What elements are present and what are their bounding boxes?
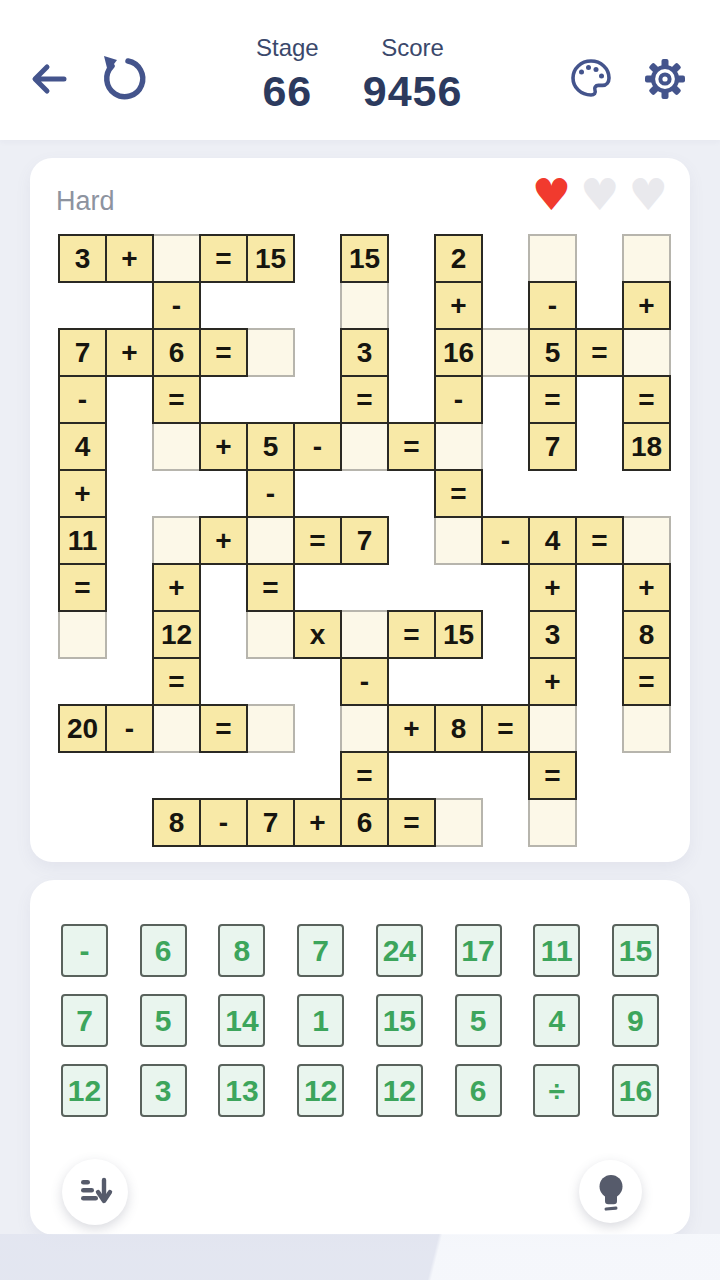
tile-r1-1[interactable]: -	[61, 924, 108, 977]
grid-cell-r5-c5: 5	[246, 422, 295, 471]
grid-cell-r4-c7: =	[340, 375, 389, 424]
grid-cell-r11-c5[interactable]	[246, 704, 295, 753]
grid-cell-r9-c3: 12	[152, 610, 201, 659]
grid-cell-r3-c3: 6	[152, 328, 201, 377]
grid-cell-r2-c11: -	[528, 281, 577, 330]
tile-r1-5[interactable]: 24	[376, 924, 423, 977]
grid-cell-r7-c3[interactable]	[152, 516, 201, 565]
tile-r2-5[interactable]: 15	[376, 994, 423, 1047]
heart-empty: ♥	[580, 170, 619, 220]
grid-cell-r11-c8: +	[387, 704, 436, 753]
grid-cell-r5-c1: 4	[58, 422, 107, 471]
grid-cell-r3-c13[interactable]	[622, 328, 671, 377]
grid-cell-r7-c4: +	[199, 516, 248, 565]
tile-r3-7[interactable]: ÷	[533, 1064, 580, 1117]
grid-cell-r5-c7[interactable]	[340, 422, 389, 471]
restart-icon	[99, 53, 149, 103]
tile-r1-2[interactable]: 6	[140, 924, 187, 977]
grid-cell-r1-c7: 15	[340, 234, 389, 283]
tray-card: -6872417111575141155491231312126÷16	[30, 880, 690, 1235]
grid-cell-r8-c3: +	[152, 563, 201, 612]
tile-r2-4[interactable]: 1	[297, 994, 344, 1047]
tile-r2-7[interactable]: 4	[533, 994, 580, 1047]
grid-cell-r5-c8: =	[387, 422, 436, 471]
grid-cell-r3-c10[interactable]	[481, 328, 530, 377]
grid-cell-r7-c13[interactable]	[622, 516, 671, 565]
grid-cell-r7-c5[interactable]	[246, 516, 295, 565]
theme-palette-button[interactable]	[566, 54, 616, 104]
grid-cell-r9-c13: 8	[622, 610, 671, 659]
grid-cell-r7-c9[interactable]	[434, 516, 483, 565]
grid-cell-r9-c5[interactable]	[246, 610, 295, 659]
grid-cell-r9-c9: 15	[434, 610, 483, 659]
grid-cell-r2-c3: -	[152, 281, 201, 330]
grid-cell-r9-c6: x	[293, 610, 342, 659]
grid-cell-r1-c2: +	[105, 234, 154, 283]
tile-row-3: 1231312126÷16	[61, 1064, 659, 1117]
grid-cell-r7-c11: 4	[528, 516, 577, 565]
tile-r1-6[interactable]: 17	[455, 924, 502, 977]
grid-cell-r3-c1: 7	[58, 328, 107, 377]
back-arrow-icon	[27, 57, 71, 101]
header-bar: Stage 66 Score 9456	[0, 0, 720, 140]
grid-cell-r11-c7[interactable]	[340, 704, 389, 753]
grid-cell-r6-c5: -	[246, 469, 295, 518]
grid-cell-r2-c13: +	[622, 281, 671, 330]
grid-cell-r5-c9[interactable]	[434, 422, 483, 471]
grid-cell-r11-c13[interactable]	[622, 704, 671, 753]
tile-row-1: -68724171115	[61, 924, 659, 977]
grid-cell-r13-c3: 8	[152, 798, 201, 847]
grid-cell-r9-c7[interactable]	[340, 610, 389, 659]
score-value: 9456	[363, 67, 463, 116]
grid-cell-r6-c9: =	[434, 469, 483, 518]
tile-r2-6[interactable]: 5	[455, 994, 502, 1047]
restart-button[interactable]	[98, 52, 150, 104]
grid-cell-r13-c11[interactable]	[528, 798, 577, 847]
grid-cell-r7-c6: =	[293, 516, 342, 565]
grid-cell-r3-c11: 5	[528, 328, 577, 377]
grid-cell-r3-c9: 16	[434, 328, 483, 377]
tile-r1-4[interactable]: 7	[297, 924, 344, 977]
tile-r1-8[interactable]: 15	[612, 924, 659, 977]
settings-button[interactable]	[640, 54, 690, 104]
grid-cell-r3-c2: +	[105, 328, 154, 377]
stage-stat: Stage 66	[256, 34, 319, 116]
grid-cell-r1-c9: 2	[434, 234, 483, 283]
tile-r3-3[interactable]: 13	[218, 1064, 265, 1117]
grid-cell-r4-c11: =	[528, 375, 577, 424]
grid-cell-r7-c12: =	[575, 516, 624, 565]
grid-cell-r1-c1: 3	[58, 234, 107, 283]
hint-button[interactable]	[579, 1160, 642, 1223]
grid-cell-r11-c10: =	[481, 704, 530, 753]
grid-cell-r11-c9: 8	[434, 704, 483, 753]
grid-cell-r1-c4: =	[199, 234, 248, 283]
grid-cell-r4-c9: -	[434, 375, 483, 424]
grid-cell-r1-c11[interactable]	[528, 234, 577, 283]
lives: ♥♥♥	[532, 170, 668, 220]
grid-cell-r1-c5: 15	[246, 234, 295, 283]
grid-cell-r3-c4: =	[199, 328, 248, 377]
tile-r3-6[interactable]: 6	[455, 1064, 502, 1117]
stats-group: Stage 66 Score 9456	[256, 34, 462, 116]
grid-cell-r8-c1: =	[58, 563, 107, 612]
grid-cell-r12-c7: =	[340, 751, 389, 800]
grid-cell-r7-c1: 11	[58, 516, 107, 565]
grid-cell-r3-c12: =	[575, 328, 624, 377]
grid-cell-r8-c13: +	[622, 563, 671, 612]
tile-r1-7[interactable]: 11	[533, 924, 580, 977]
grid-cell-r8-c11: +	[528, 563, 577, 612]
puzzle-card: Hard ♥♥♥ 3+=15152-+-+7+6=3165=-==-==4+5-…	[30, 158, 690, 862]
grid-cell-r13-c4: -	[199, 798, 248, 847]
grid-cell-r11-c1: 20	[58, 704, 107, 753]
grid-cell-r2-c7[interactable]	[340, 281, 389, 330]
grid-cell-r13-c8: =	[387, 798, 436, 847]
grid-cell-r4-c13: =	[622, 375, 671, 424]
grid-cell-r12-c11: =	[528, 751, 577, 800]
grid-cell-r5-c6: -	[293, 422, 342, 471]
heart-empty: ♥	[629, 170, 668, 220]
grid-cell-r4-c3: =	[152, 375, 201, 424]
grid-cell-r8-c5: =	[246, 563, 295, 612]
grid-cell-r5-c4: +	[199, 422, 248, 471]
grid-cell-r10-c11: +	[528, 657, 577, 706]
grid-cell-r9-c11: 3	[528, 610, 577, 659]
grid-cell-r1-c3[interactable]	[152, 234, 201, 283]
tile-r2-1[interactable]: 7	[61, 994, 108, 1047]
tile-r2-2[interactable]: 5	[140, 994, 187, 1047]
stage-label: Stage	[256, 34, 319, 62]
grid-cell-r11-c4: =	[199, 704, 248, 753]
score-label: Score	[363, 34, 463, 62]
tile-r2-8[interactable]: 9	[612, 994, 659, 1047]
score-stat: Score 9456	[363, 34, 463, 116]
palette-icon	[567, 55, 615, 103]
grid-cell-r4-c1: -	[58, 375, 107, 424]
grid-cell-r2-c9: +	[434, 281, 483, 330]
background-stripe	[0, 1234, 720, 1280]
grid-cell-r11-c3[interactable]	[152, 704, 201, 753]
tile-r3-2[interactable]: 3	[140, 1064, 187, 1117]
tile-r3-4[interactable]: 12	[297, 1064, 344, 1117]
stage-value: 66	[256, 67, 319, 116]
tile-r1-3[interactable]: 8	[218, 924, 265, 977]
grid-cell-r3-c5[interactable]	[246, 328, 295, 377]
grid-cell-r7-c10: -	[481, 516, 530, 565]
grid-cell-r11-c11[interactable]	[528, 704, 577, 753]
grid-cell-r10-c7: -	[340, 657, 389, 706]
heart-full: ♥	[532, 170, 571, 220]
sort-descending-icon	[75, 1172, 115, 1212]
grid-cell-r13-c9[interactable]	[434, 798, 483, 847]
grid-cell-r10-c3: =	[152, 657, 201, 706]
difficulty-label: Hard	[56, 186, 115, 217]
lightbulb-icon	[592, 1171, 630, 1213]
grid-cell-r13-c7: 6	[340, 798, 389, 847]
grid-cell-r5-c3[interactable]	[152, 422, 201, 471]
grid-cell-r6-c1: +	[58, 469, 107, 518]
grid-cell-r11-c2: -	[105, 704, 154, 753]
puzzle-board: 3+=15152-+-+7+6=3165=-==-==4+5-=718+-=11…	[58, 234, 671, 847]
tile-r3-5[interactable]: 12	[376, 1064, 423, 1117]
tile-row-2: 7514115549	[61, 994, 659, 1047]
tile-r3-8[interactable]: 16	[612, 1064, 659, 1117]
tile-r2-3[interactable]: 14	[218, 994, 265, 1047]
grid-cell-r7-c7: 7	[340, 516, 389, 565]
grid-cell-r1-c13[interactable]	[622, 234, 671, 283]
grid-cell-r5-c13: 18	[622, 422, 671, 471]
grid-cell-r9-c1[interactable]	[58, 610, 107, 659]
grid-cell-r13-c6: +	[293, 798, 342, 847]
tile-tray: -6872417111575141155491231312126÷16	[61, 924, 659, 1117]
tile-r3-1[interactable]: 12	[61, 1064, 108, 1117]
grid-cell-r3-c7: 3	[340, 328, 389, 377]
grid-cell-r10-c13: =	[622, 657, 671, 706]
sort-button[interactable]	[62, 1159, 128, 1225]
back-button[interactable]	[26, 56, 72, 102]
grid-cell-r13-c5: 7	[246, 798, 295, 847]
grid-cell-r5-c11: 7	[528, 422, 577, 471]
grid-cell-r9-c8: =	[387, 610, 436, 659]
gear-icon	[641, 55, 689, 103]
